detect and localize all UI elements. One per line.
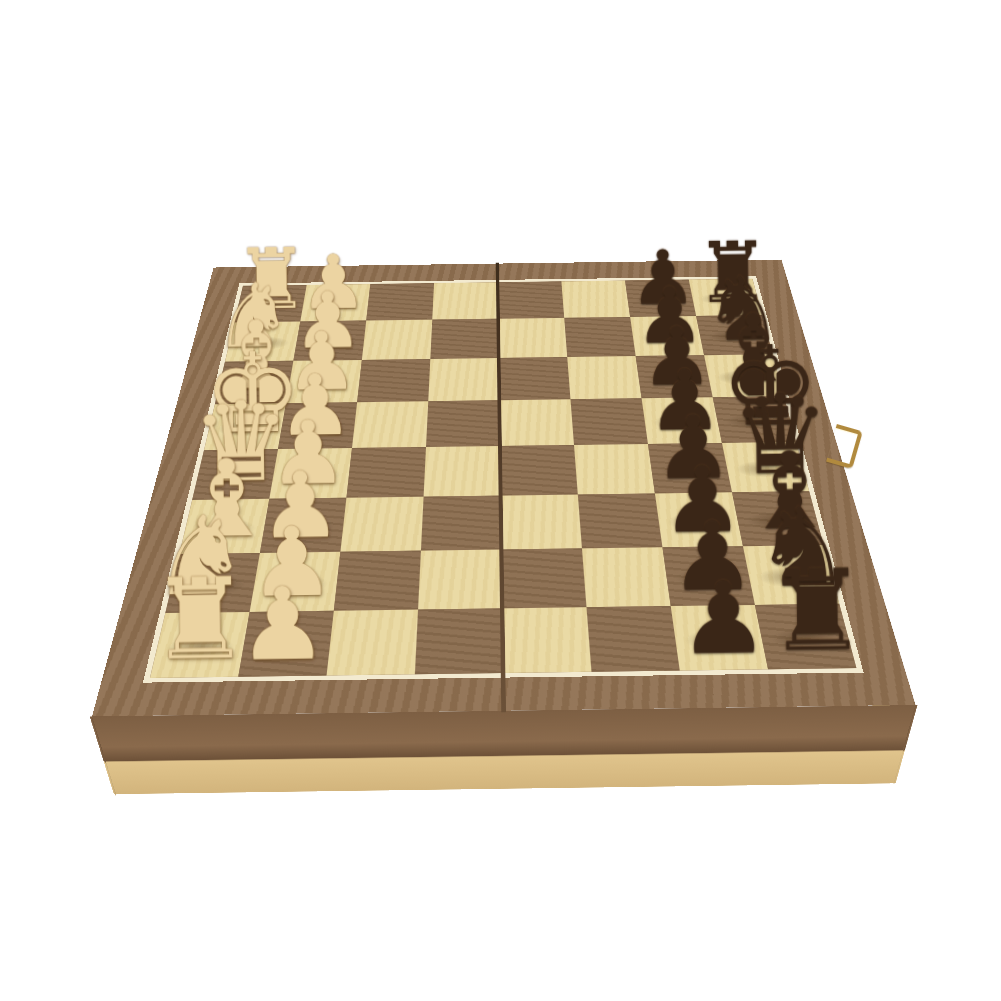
square-h4[interactable] <box>415 608 503 674</box>
square-h8[interactable]: ♜ <box>755 604 856 670</box>
chess-box: ♜♟♟♜♞♟♟♞♝♟♟♝♚♟♟♚♛♟♟♛♝♟♟♝♞♟♟♞♜♟♟♜ <box>92 260 915 717</box>
square-h3[interactable] <box>327 610 418 676</box>
square-b5[interactable] <box>498 318 567 358</box>
square-b3[interactable] <box>362 320 432 360</box>
square-d3[interactable] <box>352 401 428 448</box>
square-a6[interactable] <box>561 280 630 317</box>
square-d6[interactable] <box>570 398 648 445</box>
square-g3[interactable] <box>334 551 421 611</box>
square-a5[interactable] <box>498 281 564 318</box>
square-h5[interactable] <box>502 607 591 673</box>
white-pawn[interactable]: ♟ <box>237 574 327 675</box>
box-front-side <box>90 705 918 795</box>
square-h1[interactable]: ♜ <box>150 612 250 678</box>
square-d4[interactable] <box>426 400 500 447</box>
square-d5[interactable] <box>499 399 574 446</box>
square-g6[interactable] <box>582 547 671 607</box>
black-rook[interactable]: ♜ <box>766 554 856 667</box>
square-b4[interactable] <box>430 319 498 359</box>
square-h7[interactable]: ♟ <box>671 605 768 671</box>
square-c4[interactable] <box>428 358 499 401</box>
square-c3[interactable] <box>357 359 430 402</box>
square-f4[interactable] <box>421 496 502 551</box>
square-h6[interactable] <box>586 606 679 672</box>
square-f5[interactable] <box>501 494 582 549</box>
black-pawn[interactable]: ♟ <box>678 567 768 668</box>
square-e3[interactable] <box>346 447 426 498</box>
square-e6[interactable] <box>574 444 655 495</box>
square-c6[interactable] <box>567 356 641 399</box>
board-top: ♜♟♟♜♞♟♟♞♝♟♟♝♚♟♟♚♛♟♟♛♝♟♟♝♞♟♟♞♜♟♟♜ <box>92 260 915 717</box>
square-c5[interactable] <box>499 357 571 400</box>
board-squares: ♜♟♟♜♞♟♟♞♝♟♟♝♚♟♟♚♛♟♟♛♝♟♟♝♞♟♟♞♜♟♟♜ <box>143 276 864 682</box>
square-e4[interactable] <box>424 446 501 497</box>
white-rook[interactable]: ♜ <box>149 563 239 676</box>
square-f6[interactable] <box>578 493 663 548</box>
square-g5[interactable] <box>501 548 586 608</box>
square-g4[interactable] <box>418 550 502 610</box>
square-a3[interactable] <box>366 283 434 320</box>
square-h2[interactable]: ♟ <box>238 611 334 677</box>
square-a4[interactable] <box>432 282 498 319</box>
square-f3[interactable] <box>340 497 423 552</box>
square-e5[interactable] <box>500 445 578 496</box>
scene: ♜♟♟♜♞♟♟♞♝♟♟♝♚♟♟♚♛♟♟♛♝♟♟♝♞♟♟♞♜♟♟♜ <box>0 0 1001 1001</box>
square-b6[interactable] <box>564 317 635 357</box>
